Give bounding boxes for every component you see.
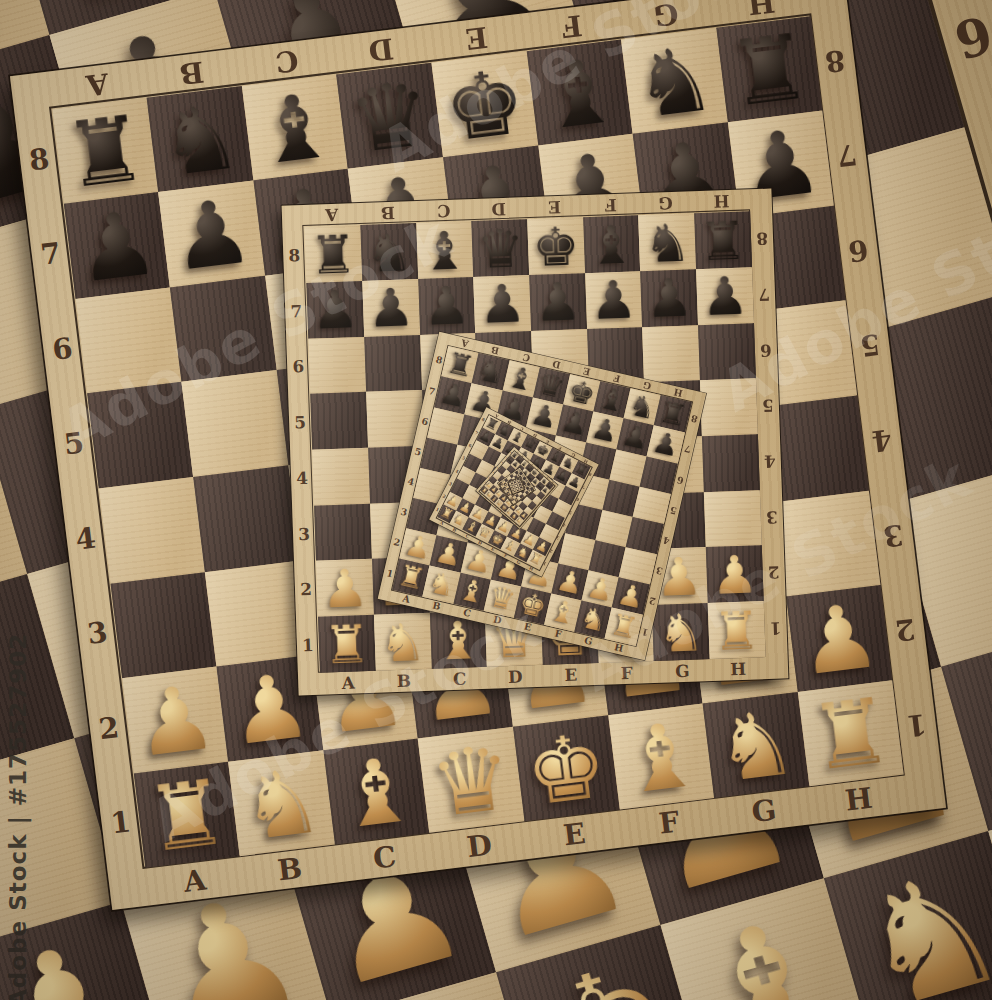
- piece-black-knight: ♞: [629, 33, 720, 132]
- piece-white-knight: ♞: [711, 697, 802, 796]
- piece-white-rook: ♜: [515, 516, 523, 524]
- rank-label-right-4: 4: [758, 433, 782, 489]
- rank-label-right-3: 3: [760, 489, 784, 545]
- piece-white-knight: ♞: [657, 606, 706, 660]
- square-h1: ♜: [515, 516, 524, 525]
- square-h2: ♟: [706, 546, 764, 604]
- square-b1: ♞: [228, 750, 334, 856]
- square-a4: [99, 477, 205, 583]
- piece-black-queen: ♛: [345, 68, 436, 167]
- piece-black-pawn: ♟: [167, 186, 258, 285]
- piece-white-rook: ♜: [395, 561, 427, 595]
- square-h3: [774, 490, 880, 596]
- piece-white-knight: ♞: [378, 616, 427, 670]
- square-f1: ♝: [608, 703, 714, 809]
- piece-white-rook: ♜: [527, 551, 544, 568]
- square-a6: [308, 336, 366, 394]
- rank-label-right-7: 7: [752, 266, 776, 322]
- square-b8: ♞: [360, 223, 418, 281]
- square-a1: ♜: [318, 615, 376, 673]
- square-g1: ♞: [652, 603, 710, 661]
- square-h7: ♟: [696, 267, 754, 325]
- piece-white-queen: ♛: [426, 732, 517, 831]
- rank-label-left-7: 7: [284, 283, 308, 339]
- square-f8: ♝: [526, 39, 632, 145]
- piece-white-bishop: ♝: [331, 744, 422, 843]
- square-b8: ♞: [147, 86, 253, 192]
- piece-white-bishop: ♝: [616, 709, 707, 808]
- piece-black-knight: ♞: [643, 216, 692, 270]
- piece-black-queen: ♛: [476, 222, 525, 276]
- rank-label-right-6: 6: [754, 322, 778, 378]
- piece-black-knight: ♞: [155, 91, 246, 190]
- square-f7: ♟: [585, 271, 643, 329]
- square-a7: ♟: [306, 281, 364, 339]
- square-g6: [642, 325, 700, 383]
- piece-white-pawn: ♟: [794, 591, 885, 690]
- piece-white-queen: ♛: [486, 582, 518, 616]
- piece-black-bishop: ♝: [250, 80, 341, 179]
- piece-white-king: ♚: [516, 589, 548, 623]
- rank-label-right-1: 1: [764, 601, 788, 657]
- square-c8: ♝: [242, 74, 348, 180]
- square-e8: ♚: [527, 217, 585, 275]
- piece-white-bishop: ♝: [675, 890, 857, 1000]
- piece-black-pawn: ♟: [72, 198, 163, 297]
- piece-white-bishop: ♝: [547, 596, 579, 630]
- piece-black-pawn: ♟: [367, 282, 416, 336]
- square-h8: ♜: [694, 211, 752, 269]
- square-d1: ♛: [418, 726, 524, 832]
- piece-black-pawn: ♟: [311, 284, 360, 338]
- piece-black-pawn: ♟: [645, 272, 694, 326]
- piece-white-pawn: ♟: [130, 672, 221, 771]
- piece-white-knight: ♞: [577, 603, 609, 637]
- square-a8: ♜: [52, 98, 158, 204]
- piece-white-knight: ♞: [839, 843, 992, 1000]
- square-e7: ♟: [529, 273, 587, 331]
- square-a6: [75, 287, 181, 393]
- piece-black-pawn: ♟: [589, 274, 638, 328]
- rank-label-left-1: 1: [296, 617, 320, 673]
- square-c7: ♟: [418, 277, 476, 335]
- square-h6: [698, 323, 756, 381]
- square-a2: ♟: [122, 667, 228, 773]
- square-d8: ♛: [337, 63, 443, 169]
- square-g7: ♟: [641, 269, 699, 327]
- square-a2: ♟: [316, 559, 374, 617]
- piece-black-rook: ♜: [699, 214, 748, 268]
- piece-black-bishop: ♝: [534, 45, 625, 144]
- piece-white-rook: ♜: [805, 685, 896, 784]
- piece-white-bishop: ♝: [456, 575, 488, 609]
- piece-black-pawn: ♟: [701, 270, 750, 324]
- square-h1: ♜: [512, 491, 514, 493]
- square-a5: [310, 392, 368, 450]
- piece-black-pawn: ♟: [422, 280, 471, 334]
- piece-black-knight: ♞: [365, 226, 414, 280]
- piece-black-bishop: ♝: [587, 218, 636, 272]
- piece-white-pawn: ♟: [321, 562, 370, 616]
- square-h4: [702, 434, 760, 492]
- piece-black-king: ♚: [439, 57, 530, 156]
- square-c8: ♝: [416, 221, 474, 279]
- square-b5: [182, 370, 288, 476]
- square-h1: ♜: [511, 499, 515, 503]
- square-a7: ♟: [64, 192, 170, 298]
- piece-white-bishop: ♝: [434, 614, 483, 668]
- square-h2: ♟: [786, 585, 892, 691]
- square-b6: [170, 276, 276, 382]
- square-c1: ♝: [323, 738, 429, 844]
- piece-white-knight: ♞: [425, 568, 457, 602]
- piece-black-bishop: ♝: [420, 224, 469, 278]
- square-a1: ♜: [134, 761, 240, 867]
- piece-black-rook: ♜: [309, 228, 358, 282]
- piece-white-rook: ♜: [608, 610, 640, 644]
- piece-white-rook: ♜: [322, 618, 371, 672]
- piece-black-pawn: ♟: [478, 278, 527, 332]
- square-b6: [364, 334, 422, 392]
- square-h1: ♜: [708, 601, 766, 659]
- square-d7: ♟: [473, 275, 531, 333]
- rank-label-left-6: 6: [286, 338, 310, 394]
- square-g8: ♞: [639, 213, 697, 271]
- rank-label-right-2: 2: [762, 545, 786, 601]
- square-h3: [704, 490, 762, 548]
- square-g8: ♞: [621, 28, 727, 134]
- rank-label-right-8: 8: [750, 211, 774, 267]
- square-g1: ♞: [703, 692, 809, 798]
- square-e8: ♚: [431, 51, 537, 157]
- piece-black-pawn: ♟: [534, 276, 583, 330]
- square-b4: [193, 465, 299, 571]
- rank-label-left-5: 5: [288, 394, 312, 450]
- square-e1: ♚: [513, 715, 619, 821]
- square-a3: [110, 572, 216, 678]
- rank-label-left-4: 4: [290, 450, 314, 506]
- piece-white-rook: ♜: [511, 499, 515, 503]
- square-b1: ♞: [374, 613, 432, 671]
- square-d8: ♛: [472, 219, 530, 277]
- piece-black-king: ♚: [532, 220, 581, 274]
- square-a4: [312, 448, 370, 506]
- square-a3: [314, 504, 372, 562]
- square-h8: ♜: [716, 16, 822, 122]
- rank-label-right-5: 5: [756, 378, 780, 434]
- rank-label-left-3: 3: [292, 505, 316, 561]
- piece-white-rook: ♜: [142, 767, 233, 866]
- piece-white-rook: ♜: [512, 491, 514, 493]
- square-a5: [87, 382, 193, 488]
- square-b7: ♟: [362, 279, 420, 337]
- square-h1: ♜: [797, 680, 903, 786]
- fractal-chess-photo: ♜♞♝♛♚♝♞♜♟♟♟♟♟♟♟♟♟♟♟♟♟♟♟♟♜♞♝♛♚♝♞♜AA88BB77…: [0, 0, 992, 1000]
- piece-white-pawn: ♟: [710, 548, 759, 602]
- squares-grid: ♜♞♝♛♚♝♞♜♟♟♟♟♟♟♟♟♟♟♟♟♟♟♟♟♜♞♝♛♚♝♞♜: [508, 477, 523, 492]
- square-f8: ♝: [583, 215, 641, 273]
- piece-white-king: ♚: [521, 720, 612, 819]
- piece-black-rook: ♜: [60, 103, 151, 202]
- square-a8: ♜: [304, 225, 362, 283]
- square-h1: ♜: [605, 608, 642, 645]
- piece-white-rook: ♜: [712, 604, 761, 658]
- square-h5: [700, 379, 758, 437]
- rank-label-left-8: 8: [282, 227, 306, 283]
- piece-white-knight: ♞: [236, 755, 327, 854]
- rank-label-left-2: 2: [294, 561, 318, 617]
- piece-black-rook: ♜: [724, 22, 815, 121]
- square-b7: ♟: [159, 181, 265, 287]
